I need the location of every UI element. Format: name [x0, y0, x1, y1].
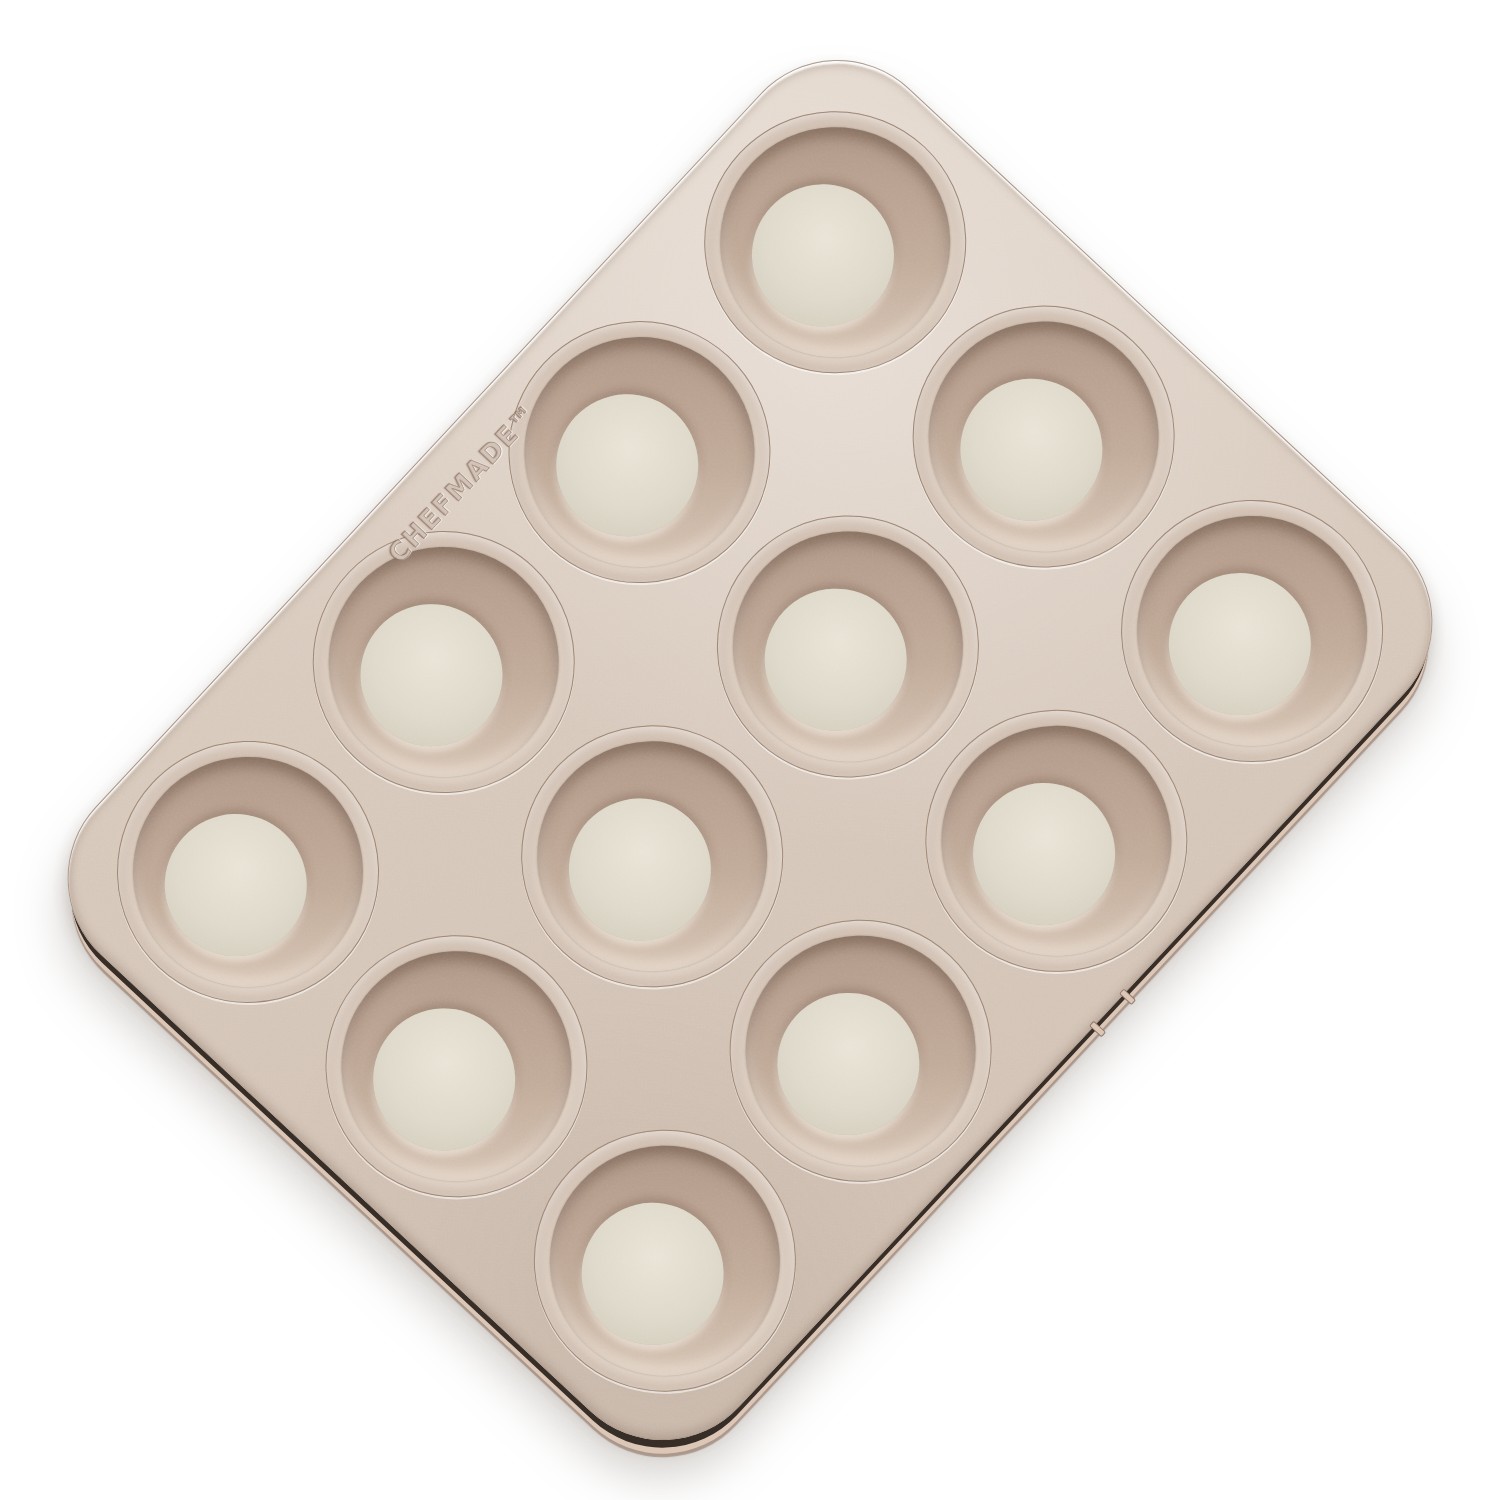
product-photo-scene: CHEFMADE™: [0, 0, 1500, 1500]
edge-notch: [1089, 1021, 1106, 1038]
edge-notch: [1119, 988, 1136, 1005]
muffin-pan-body: CHEFMADE™: [24, 17, 1476, 1484]
muffin-pan: CHEFMADE™: [24, 17, 1476, 1484]
cup-grid: [26, 18, 1475, 1482]
